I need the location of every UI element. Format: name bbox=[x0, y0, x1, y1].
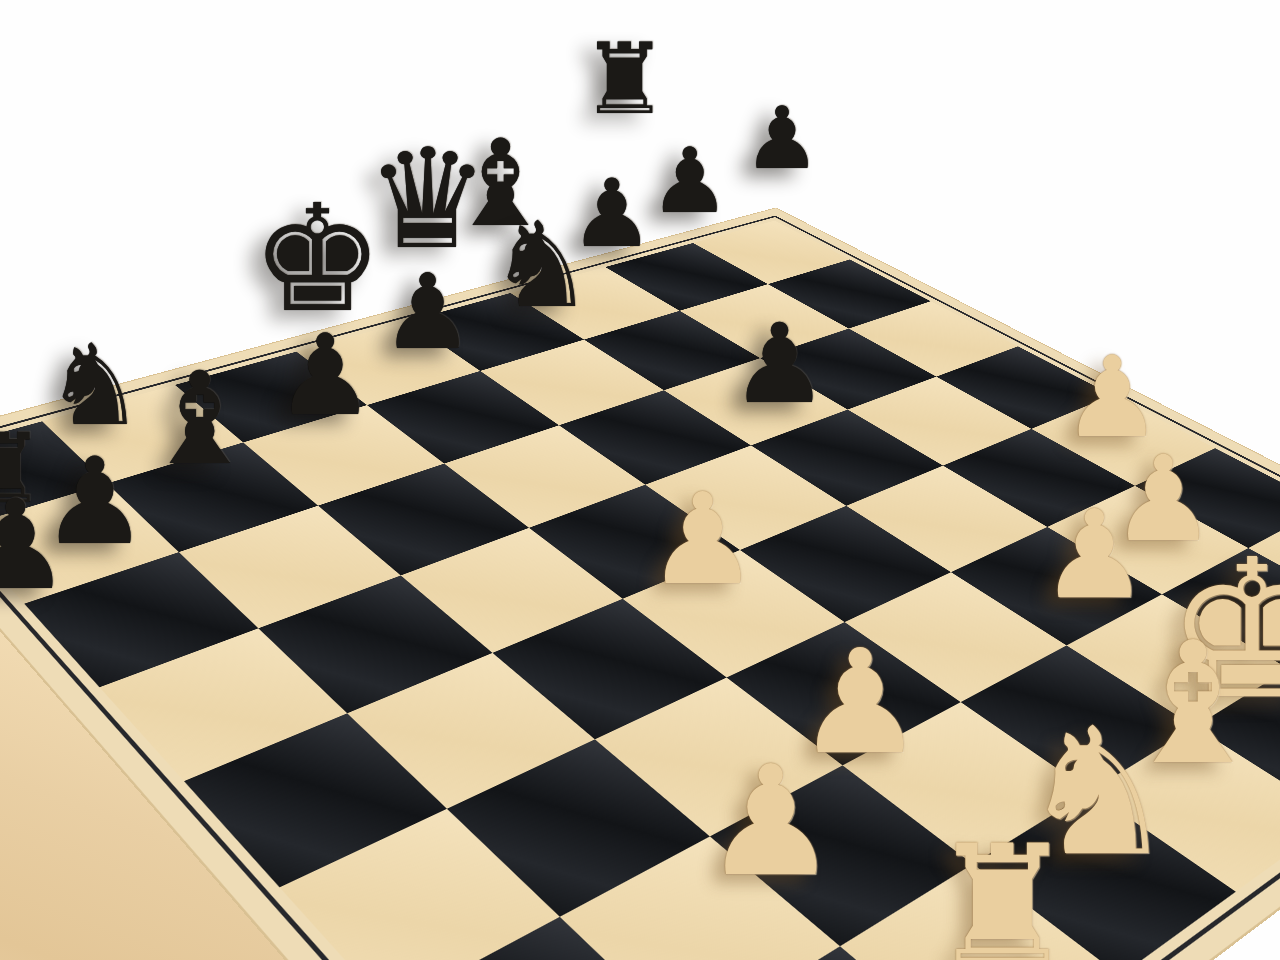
piece-black-pawn-b7[interactable]: ♟ bbox=[650, 136, 731, 226]
piece-black-bishop-f8[interactable]: ♝ bbox=[142, 356, 257, 484]
photo-scene: ♜♞♝♚♛♝♞♜♟♟♟♟♟♟♟♟♟♟♟♟♟♟♚♝♞♜ bbox=[0, 0, 1280, 960]
piece-white-pawn-e2[interactable]: ♟ bbox=[1040, 494, 1149, 616]
piece-black-pawn-a7[interactable]: ♟ bbox=[744, 95, 821, 181]
piece-black-knight-g8[interactable]: ♞ bbox=[45, 330, 145, 442]
piece-black-pawn-e7[interactable]: ♟ bbox=[381, 261, 474, 365]
piece-black-queen-d8[interactable]: ♛ bbox=[366, 131, 490, 269]
piece-white-pawn-f4[interactable]: ♟ bbox=[646, 478, 759, 604]
piece-black-pawn-f7[interactable]: ♟ bbox=[275, 319, 375, 431]
piece-black-pawn-h7[interactable]: ♟ bbox=[0, 483, 71, 607]
piece-white-pawn-h2[interactable]: ♟ bbox=[702, 747, 838, 899]
piece-black-knight-b8[interactable]: ♞ bbox=[489, 206, 595, 324]
piece-black-rook-a8[interactable]: ♜ bbox=[581, 30, 669, 128]
piece-white-rook-h1[interactable]: ♜ bbox=[929, 823, 1076, 960]
piece-black-pawn-d5[interactable]: ♟ bbox=[730, 309, 829, 419]
